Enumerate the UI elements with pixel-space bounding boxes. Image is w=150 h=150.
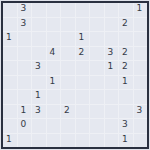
clue-number: 3 <box>136 106 142 115</box>
clue-number: 3 <box>35 62 41 71</box>
cell-r2c10[interactable] <box>134 18 148 32</box>
cell-r6c9[interactable]: 1 <box>119 76 133 90</box>
cell-r10c2[interactable] <box>18 134 32 148</box>
cell-r10c9[interactable]: 1 <box>119 134 133 148</box>
cell-r10c8[interactable] <box>105 134 119 148</box>
cell-r1c5[interactable] <box>61 3 75 17</box>
cell-r7c2[interactable] <box>18 90 32 104</box>
clue-number: 1 <box>136 4 142 13</box>
cell-r5c3[interactable]: 3 <box>32 61 46 75</box>
cell-r3c2[interactable] <box>18 32 32 46</box>
cell-r3c8[interactable] <box>105 32 119 46</box>
cell-r5c4[interactable] <box>47 61 61 75</box>
cell-r9c2[interactable]: 0 <box>18 119 32 133</box>
cell-r8c9[interactable] <box>119 105 133 119</box>
cell-r7c7[interactable] <box>90 90 104 104</box>
cell-r3c5[interactable] <box>61 32 75 46</box>
cell-r8c5[interactable]: 2 <box>61 105 75 119</box>
cell-r6c6[interactable] <box>76 76 90 90</box>
cell-r3c3[interactable] <box>32 32 46 46</box>
cell-r9c9[interactable]: 3 <box>119 119 133 133</box>
clue-number: 4 <box>49 48 55 57</box>
clue-number: 2 <box>64 106 70 115</box>
cell-r1c10[interactable]: 1 <box>134 3 148 17</box>
cell-r6c2[interactable] <box>18 76 32 90</box>
cell-r9c8[interactable] <box>105 119 119 133</box>
cell-r7c4[interactable] <box>47 90 61 104</box>
cell-r9c4[interactable] <box>47 119 61 133</box>
cell-r3c4[interactable] <box>47 32 61 46</box>
cell-r2c8[interactable] <box>105 18 119 32</box>
cell-r7c1[interactable] <box>3 90 17 104</box>
cell-r9c5[interactable] <box>61 119 75 133</box>
cell-r2c7[interactable] <box>90 18 104 32</box>
cell-r8c4[interactable] <box>47 105 61 119</box>
cell-r9c1[interactable] <box>3 119 17 133</box>
cell-r2c4[interactable] <box>47 18 61 32</box>
cell-r8c2[interactable]: 1 <box>18 105 32 119</box>
cell-r1c7[interactable] <box>90 3 104 17</box>
clue-number: 1 <box>35 91 41 100</box>
cell-r7c3[interactable]: 1 <box>32 90 46 104</box>
cell-r2c5[interactable] <box>61 18 75 32</box>
cell-r10c6[interactable] <box>76 134 90 148</box>
cell-r4c2[interactable] <box>18 47 32 61</box>
cell-r10c4[interactable] <box>47 134 61 148</box>
cell-r4c4[interactable]: 4 <box>47 47 61 61</box>
cell-r3c7[interactable] <box>90 32 104 46</box>
cell-r8c6[interactable] <box>76 105 90 119</box>
cell-r8c7[interactable] <box>90 105 104 119</box>
clue-number: 1 <box>6 135 12 144</box>
clue-number: 2 <box>122 19 128 28</box>
cell-r6c10[interactable] <box>134 76 148 90</box>
cell-r5c8[interactable]: 1 <box>105 61 119 75</box>
cell-r4c3[interactable] <box>32 47 46 61</box>
cell-r5c9[interactable]: 2 <box>119 61 133 75</box>
cell-r4c10[interactable] <box>134 47 148 61</box>
cell-r10c5[interactable] <box>61 134 75 148</box>
puzzle-frame: 313211423231211113230311 <box>0 0 150 150</box>
cell-r2c6[interactable] <box>76 18 90 32</box>
cell-r10c3[interactable] <box>32 134 46 148</box>
cell-r1c6[interactable] <box>76 3 90 17</box>
cell-r9c10[interactable] <box>134 119 148 133</box>
cell-r3c9[interactable] <box>119 32 133 46</box>
clue-number: 3 <box>20 19 26 28</box>
clue-number: 3 <box>35 106 41 115</box>
clue-number: 1 <box>122 77 128 86</box>
cell-r3c10[interactable] <box>134 32 148 46</box>
clue-number: 3 <box>107 48 113 57</box>
clue-number: 1 <box>107 62 113 71</box>
cell-r6c1[interactable] <box>3 76 17 90</box>
cell-r4c7[interactable] <box>90 47 104 61</box>
cell-r8c1[interactable] <box>3 105 17 119</box>
cell-r5c7[interactable] <box>90 61 104 75</box>
cell-r5c10[interactable] <box>134 61 148 75</box>
cell-r1c4[interactable] <box>47 3 61 17</box>
cell-r8c10[interactable]: 3 <box>134 105 148 119</box>
cell-r3c6[interactable]: 1 <box>76 32 90 46</box>
cell-r8c3[interactable]: 3 <box>32 105 46 119</box>
cell-r7c9[interactable] <box>119 90 133 104</box>
cell-r2c1[interactable] <box>3 18 17 32</box>
clue-number: 2 <box>122 48 128 57</box>
clue-number: 2 <box>122 62 128 71</box>
cell-r4c5[interactable] <box>61 47 75 61</box>
cell-r6c7[interactable] <box>90 76 104 90</box>
cell-r1c1[interactable] <box>3 3 17 17</box>
clue-number: 1 <box>20 106 26 115</box>
cell-r2c9[interactable]: 2 <box>119 18 133 32</box>
clue-number: 1 <box>78 33 84 42</box>
cell-r1c3[interactable] <box>32 3 46 17</box>
cell-r5c2[interactable] <box>18 61 32 75</box>
cell-r6c3[interactable] <box>32 76 46 90</box>
cell-r5c6[interactable] <box>76 61 90 75</box>
clue-number: 0 <box>20 120 26 129</box>
cell-r6c5[interactable] <box>61 76 75 90</box>
cell-r10c1[interactable]: 1 <box>3 134 17 148</box>
cell-r7c10[interactable] <box>134 90 148 104</box>
cell-r4c8[interactable]: 3 <box>105 47 119 61</box>
cell-r4c6[interactable]: 2 <box>76 47 90 61</box>
clue-number: 1 <box>6 33 12 42</box>
cell-r4c9[interactable]: 2 <box>119 47 133 61</box>
cell-r3c1[interactable]: 1 <box>3 32 17 46</box>
cell-r5c5[interactable] <box>61 61 75 75</box>
cell-r7c8[interactable] <box>105 90 119 104</box>
clue-number: 1 <box>122 135 128 144</box>
cell-r4c1[interactable] <box>3 47 17 61</box>
clue-number: 3 <box>20 4 26 13</box>
cell-r1c9[interactable] <box>119 3 133 17</box>
cell-r7c6[interactable] <box>76 90 90 104</box>
clue-number: 3 <box>122 120 128 129</box>
cell-r1c2[interactable]: 3 <box>18 3 32 17</box>
cell-r2c3[interactable] <box>32 18 46 32</box>
cell-r8c8[interactable] <box>105 105 119 119</box>
cell-r5c1[interactable] <box>3 61 17 75</box>
cell-r10c7[interactable] <box>90 134 104 148</box>
cell-r9c7[interactable] <box>90 119 104 133</box>
cell-r6c4[interactable]: 1 <box>47 76 61 90</box>
cell-r2c2[interactable]: 3 <box>18 18 32 32</box>
cell-r9c6[interactable] <box>76 119 90 133</box>
cell-r9c3[interactable] <box>32 119 46 133</box>
cell-r6c8[interactable] <box>105 76 119 90</box>
cell-r10c10[interactable] <box>134 134 148 148</box>
clue-number: 2 <box>78 48 84 57</box>
puzzle-board: 313211423231211113230311 <box>1 1 149 149</box>
clue-number: 1 <box>49 77 55 86</box>
cell-r1c8[interactable] <box>105 3 119 17</box>
cell-r7c5[interactable] <box>61 90 75 104</box>
